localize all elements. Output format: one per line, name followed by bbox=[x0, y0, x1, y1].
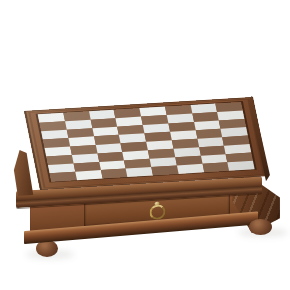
square-b1 bbox=[75, 170, 102, 180]
square-d1 bbox=[126, 167, 153, 177]
square-g1 bbox=[202, 162, 229, 172]
chessboard bbox=[24, 97, 269, 190]
square-e1 bbox=[151, 166, 178, 176]
chess-case-product-photo bbox=[0, 0, 290, 290]
brass-ring-icon bbox=[150, 204, 166, 220]
bun-foot-right bbox=[249, 219, 272, 235]
drawer-pull bbox=[150, 201, 165, 220]
square-c1 bbox=[100, 169, 127, 179]
square-h1 bbox=[228, 161, 255, 171]
square-f1 bbox=[177, 164, 204, 174]
board-grid bbox=[38, 102, 255, 182]
square-a1 bbox=[50, 172, 77, 182]
